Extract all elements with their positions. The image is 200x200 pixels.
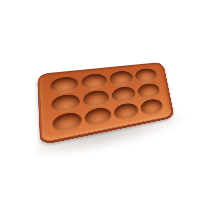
muffin-cup	[137, 82, 161, 99]
muffin-cup	[51, 93, 81, 114]
muffin-cup	[139, 98, 163, 117]
muffin-cup	[134, 68, 158, 84]
muffin-cup	[109, 70, 134, 87]
muffin-cup	[52, 111, 82, 134]
muffin-cup	[82, 89, 110, 109]
muffin-cup	[111, 86, 137, 104]
muffin-cup	[113, 102, 139, 122]
muffin-cup	[81, 73, 108, 91]
muffin-cup	[50, 76, 79, 95]
muffin-cup	[84, 106, 112, 127]
scene	[0, 0, 200, 200]
